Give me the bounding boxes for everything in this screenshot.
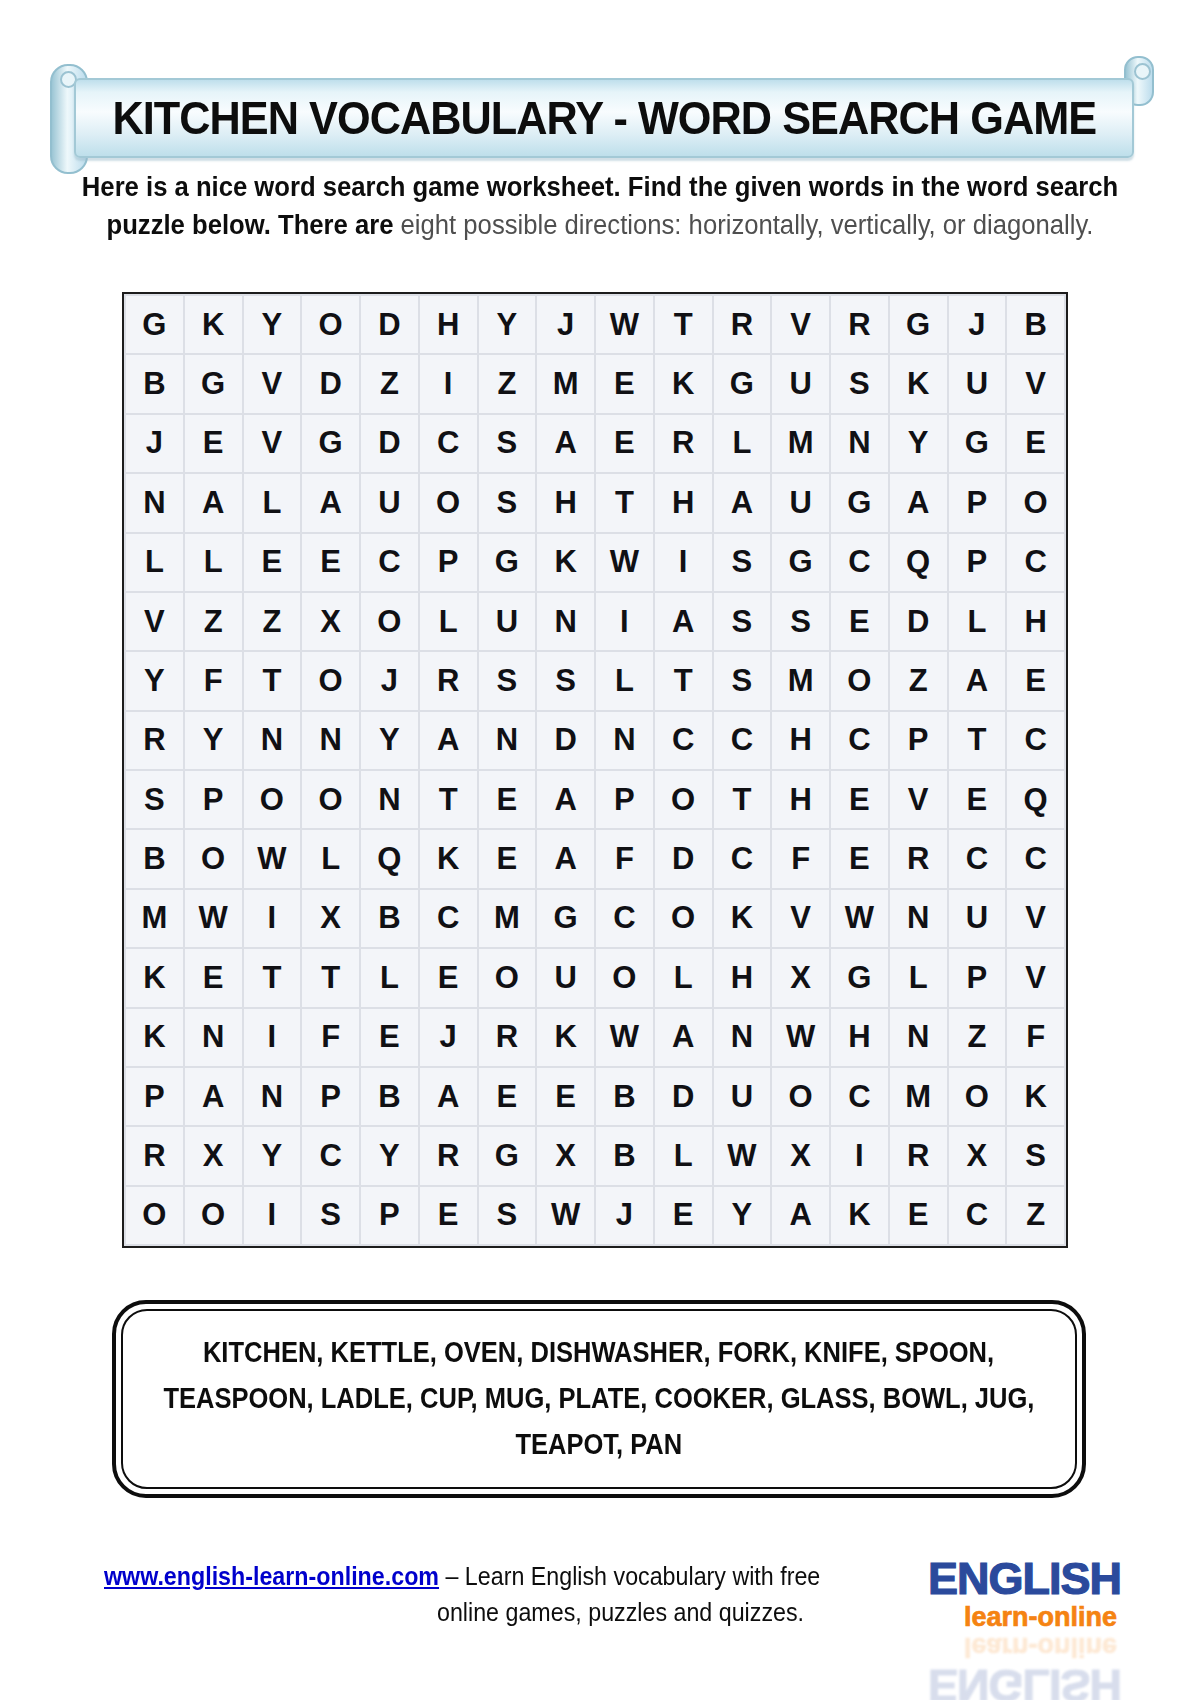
- grid-cell-r16c15: C: [949, 1187, 1006, 1244]
- grid-cell-r7c2: F: [185, 652, 242, 709]
- grid-cell-r13c2: N: [185, 1009, 242, 1066]
- grid-cell-r3c1: J: [126, 415, 183, 472]
- grid-cell-r3c8: A: [537, 415, 594, 472]
- grid-cell-r11c11: K: [714, 890, 771, 947]
- grid-cell-r15c16: S: [1007, 1127, 1064, 1184]
- grid-cell-r9c7: E: [479, 771, 536, 828]
- grid-cell-r1c16: B: [1007, 296, 1064, 353]
- grid-cell-r5c6: P: [420, 534, 477, 591]
- grid-cell-r11c14: N: [890, 890, 947, 947]
- grid-cell-r15c6: R: [420, 1127, 477, 1184]
- grid-cell-r9c9: P: [596, 771, 653, 828]
- grid-cell-r3c13: N: [831, 415, 888, 472]
- grid-cell-r12c12: X: [772, 949, 829, 1006]
- grid-cell-r15c8: X: [537, 1127, 594, 1184]
- grid-cell-r7c15: A: [949, 652, 1006, 709]
- grid-cell-r6c11: S: [714, 593, 771, 650]
- grid-cell-r10c6: K: [420, 830, 477, 887]
- grid-cell-r14c9: B: [596, 1068, 653, 1125]
- grid-cell-r16c13: K: [831, 1187, 888, 1244]
- grid-cell-r5c11: S: [714, 534, 771, 591]
- grid-cell-r3c15: G: [949, 415, 1006, 472]
- worksheet-page: KITCHEN VOCABULARY - WORD SEARCH GAME He…: [0, 0, 1200, 1700]
- grid-cell-r13c11: N: [714, 1009, 771, 1066]
- grid-cell-r8c6: A: [420, 712, 477, 769]
- grid-cell-r6c15: L: [949, 593, 1006, 650]
- grid-cell-r14c7: E: [479, 1068, 536, 1125]
- grid-cell-r15c13: I: [831, 1127, 888, 1184]
- grid-cell-r2c9: E: [596, 355, 653, 412]
- grid-cell-r11c13: W: [831, 890, 888, 947]
- grid-cell-r1c9: W: [596, 296, 653, 353]
- grid-cell-r7c12: M: [772, 652, 829, 709]
- grid-cell-r5c13: C: [831, 534, 888, 591]
- grid-cell-r14c4: P: [302, 1068, 359, 1125]
- grid-cell-r6c4: X: [302, 593, 359, 650]
- grid-cell-r9c15: E: [949, 771, 1006, 828]
- grid-cell-r14c6: A: [420, 1068, 477, 1125]
- grid-cell-r16c11: Y: [714, 1187, 771, 1244]
- grid-cell-r12c9: O: [596, 949, 653, 1006]
- instructions-line2: puzzle below. There are eight possible d…: [30, 206, 1170, 244]
- grid-cell-r4c6: O: [420, 474, 477, 531]
- grid-cell-r12c8: U: [537, 949, 594, 1006]
- grid-cell-r11c16: V: [1007, 890, 1064, 947]
- word-list-line1: KITCHEN, KETTLE, OVEN, DISHWASHER, FORK,…: [203, 1337, 994, 1369]
- grid-cell-r9c16: Q: [1007, 771, 1064, 828]
- grid-cell-r16c12: A: [772, 1187, 829, 1244]
- grid-cell-r1c10: T: [655, 296, 712, 353]
- grid-cell-r10c1: B: [126, 830, 183, 887]
- grid-cell-r7c5: J: [361, 652, 418, 709]
- grid-cell-r1c5: D: [361, 296, 418, 353]
- grid-cell-r11c9: C: [596, 890, 653, 947]
- grid-cell-r6c3: Z: [244, 593, 301, 650]
- grid-cell-r5c2: L: [185, 534, 242, 591]
- grid-cell-r5c9: W: [596, 534, 653, 591]
- grid-cell-r4c8: H: [537, 474, 594, 531]
- grid-cell-r16c10: E: [655, 1187, 712, 1244]
- grid-cell-r11c3: I: [244, 890, 301, 947]
- grid-cell-r11c15: U: [949, 890, 1006, 947]
- grid-cell-r14c13: C: [831, 1068, 888, 1125]
- grid-cell-r14c10: D: [655, 1068, 712, 1125]
- grid-cell-r13c9: W: [596, 1009, 653, 1066]
- grid-cell-r4c9: T: [596, 474, 653, 531]
- grid-cell-r2c15: U: [949, 355, 1006, 412]
- grid-cell-r10c16: C: [1007, 830, 1064, 887]
- grid-cell-r12c15: P: [949, 949, 1006, 1006]
- grid-cell-r15c3: Y: [244, 1127, 301, 1184]
- grid-cell-r2c6: I: [420, 355, 477, 412]
- grid-cell-r10c11: C: [714, 830, 771, 887]
- grid-cell-r16c3: I: [244, 1187, 301, 1244]
- grid-cell-r8c5: Y: [361, 712, 418, 769]
- grid-cell-r13c16: F: [1007, 1009, 1064, 1066]
- grid-cell-r7c4: O: [302, 652, 359, 709]
- grid-cell-r11c12: V: [772, 890, 829, 947]
- grid-cell-r9c13: E: [831, 771, 888, 828]
- grid-cell-r15c10: L: [655, 1127, 712, 1184]
- grid-cell-r11c10: O: [655, 890, 712, 947]
- grid-cell-r2c4: D: [302, 355, 359, 412]
- grid-cell-r13c6: J: [420, 1009, 477, 1066]
- grid-cell-r1c14: G: [890, 296, 947, 353]
- grid-cell-r9c5: N: [361, 771, 418, 828]
- grid-cell-r13c14: N: [890, 1009, 947, 1066]
- grid-cell-r5c12: G: [772, 534, 829, 591]
- grid-cell-r4c16: O: [1007, 474, 1064, 531]
- logo-learn-online-text: learn-online: [925, 1604, 1121, 1631]
- grid-cell-r14c5: B: [361, 1068, 418, 1125]
- footer-line1: www.english-learn-online.com – Learn Eng…: [104, 1562, 820, 1591]
- grid-cell-r4c10: H: [655, 474, 712, 531]
- grid-cell-r14c14: M: [890, 1068, 947, 1125]
- word-list-line3: TEAPOT, PAN: [516, 1429, 683, 1461]
- grid-cell-r6c13: E: [831, 593, 888, 650]
- grid-cell-r10c13: E: [831, 830, 888, 887]
- footer-tagline1: – Learn English vocabulary with free: [439, 1562, 820, 1590]
- grid-cell-r8c14: P: [890, 712, 947, 769]
- grid-cell-r10c14: R: [890, 830, 947, 887]
- grid-cell-r9c6: T: [420, 771, 477, 828]
- grid-cell-r5c8: K: [537, 534, 594, 591]
- grid-cell-r15c9: B: [596, 1127, 653, 1184]
- grid-cell-r6c9: I: [596, 593, 653, 650]
- grid-cell-r12c2: E: [185, 949, 242, 1006]
- grid-cell-r15c11: W: [714, 1127, 771, 1184]
- grid-cell-r9c8: A: [537, 771, 594, 828]
- grid-cell-r4c11: A: [714, 474, 771, 531]
- grid-cell-r4c1: N: [126, 474, 183, 531]
- grid-cell-r15c12: X: [772, 1127, 829, 1184]
- grid-cell-r10c8: A: [537, 830, 594, 887]
- grid-cell-r3c4: G: [302, 415, 359, 472]
- grid-cell-r7c14: Z: [890, 652, 947, 709]
- grid-cell-r1c3: Y: [244, 296, 301, 353]
- grid-cell-r2c11: G: [714, 355, 771, 412]
- title-banner: KITCHEN VOCABULARY - WORD SEARCH GAME: [74, 78, 1134, 158]
- grid-cell-r9c11: T: [714, 771, 771, 828]
- grid-cell-r4c15: P: [949, 474, 1006, 531]
- grid-cell-r8c13: C: [831, 712, 888, 769]
- grid-cell-r5c7: G: [479, 534, 536, 591]
- grid-cell-r11c4: X: [302, 890, 359, 947]
- grid-cell-r4c14: A: [890, 474, 947, 531]
- grid-cell-r11c5: B: [361, 890, 418, 947]
- grid-cell-r10c12: F: [772, 830, 829, 887]
- grid-cell-r6c10: A: [655, 593, 712, 650]
- grid-cell-r1c12: V: [772, 296, 829, 353]
- grid-cell-r7c6: R: [420, 652, 477, 709]
- grid-cell-r15c5: Y: [361, 1127, 418, 1184]
- grid-cell-r2c1: B: [126, 355, 183, 412]
- grid-cell-r14c16: K: [1007, 1068, 1064, 1125]
- grid-cell-r11c7: M: [479, 890, 536, 947]
- grid-cell-r1c4: O: [302, 296, 359, 353]
- website-link[interactable]: www.english-learn-online.com: [104, 1562, 439, 1590]
- grid-cell-r16c4: S: [302, 1187, 359, 1244]
- grid-cell-r7c3: T: [244, 652, 301, 709]
- grid-cell-r3c12: M: [772, 415, 829, 472]
- grid-cell-r13c3: I: [244, 1009, 301, 1066]
- grid-cell-r9c12: H: [772, 771, 829, 828]
- grid-cell-r6c2: Z: [185, 593, 242, 650]
- grid-cell-r8c7: N: [479, 712, 536, 769]
- grid-cell-r8c3: N: [244, 712, 301, 769]
- instructions: Here is a nice word search game workshee…: [0, 168, 1200, 244]
- grid-cell-r4c13: G: [831, 474, 888, 531]
- grid-cell-r6c12: S: [772, 593, 829, 650]
- grid-cell-r3c3: V: [244, 415, 301, 472]
- grid-cell-r6c6: L: [420, 593, 477, 650]
- grid-cell-r10c2: O: [185, 830, 242, 887]
- grid-cell-r1c6: H: [420, 296, 477, 353]
- grid-cell-r16c2: O: [185, 1187, 242, 1244]
- grid-cell-r1c13: R: [831, 296, 888, 353]
- grid-cell-r15c14: R: [890, 1127, 947, 1184]
- grid-cell-r8c16: C: [1007, 712, 1064, 769]
- instructions-line2-gray: eight possible directions: horizontally,…: [393, 210, 1093, 240]
- grid-cell-r5c4: E: [302, 534, 359, 591]
- grid-cell-r4c3: L: [244, 474, 301, 531]
- grid-cell-r7c11: S: [714, 652, 771, 709]
- grid-cell-r2c7: Z: [479, 355, 536, 412]
- grid-cell-r2c2: G: [185, 355, 242, 412]
- grid-cell-r16c7: S: [479, 1187, 536, 1244]
- grid-cell-r11c1: M: [126, 890, 183, 947]
- grid-cell-r10c5: Q: [361, 830, 418, 887]
- grid-cell-r10c15: C: [949, 830, 1006, 887]
- grid-cell-r15c15: X: [949, 1127, 1006, 1184]
- instructions-line1: Here is a nice word search game workshee…: [30, 168, 1170, 206]
- grid-cell-r12c3: T: [244, 949, 301, 1006]
- grid-cell-r10c4: L: [302, 830, 359, 887]
- grid-cell-r5c14: Q: [890, 534, 947, 591]
- grid-cell-r12c10: L: [655, 949, 712, 1006]
- grid-cell-r15c2: X: [185, 1127, 242, 1184]
- word-search-grid: GKYODHYJWTRVRGJBBGVDZIZMEKGUSKUVJEVGDCSA…: [122, 292, 1068, 1248]
- grid-cell-r2c10: K: [655, 355, 712, 412]
- grid-cell-r2c5: Z: [361, 355, 418, 412]
- grid-cell-r7c1: Y: [126, 652, 183, 709]
- grid-cell-r16c5: P: [361, 1187, 418, 1244]
- grid-cell-r7c10: T: [655, 652, 712, 709]
- grid-cell-r8c12: H: [772, 712, 829, 769]
- grid-cell-r11c2: W: [185, 890, 242, 947]
- grid-cell-r14c12: O: [772, 1068, 829, 1125]
- grid-cell-r5c15: P: [949, 534, 1006, 591]
- grid-cell-r8c15: T: [949, 712, 1006, 769]
- grid-cell-r8c2: Y: [185, 712, 242, 769]
- grid-cell-r4c5: U: [361, 474, 418, 531]
- grid-cell-r12c13: G: [831, 949, 888, 1006]
- grid-cell-r15c1: R: [126, 1127, 183, 1184]
- grid-cell-r10c3: W: [244, 830, 301, 887]
- instructions-line2-bold: puzzle below. There are: [107, 210, 394, 240]
- word-list-line2: TEASPOON, LADLE, CUP, MUG, PLATE, COOKER…: [163, 1383, 1034, 1415]
- grid-cell-r15c7: G: [479, 1127, 536, 1184]
- grid-cell-r12c4: T: [302, 949, 359, 1006]
- grid-cell-r13c13: H: [831, 1009, 888, 1066]
- grid-cell-r13c5: E: [361, 1009, 418, 1066]
- footer-tagline2: online games, puzzles and quizzes.: [437, 1598, 804, 1627]
- word-list-box: KITCHEN, KETTLE, OVEN, DISHWASHER, FORK,…: [112, 1300, 1086, 1498]
- logo-reflection: ENGLISH learn-online: [925, 1633, 1121, 1700]
- grid-cell-r13c8: K: [537, 1009, 594, 1066]
- grid-cell-r9c14: V: [890, 771, 947, 828]
- grid-cell-r1c8: J: [537, 296, 594, 353]
- grid-cell-r6c16: H: [1007, 593, 1064, 650]
- grid-cell-r13c10: A: [655, 1009, 712, 1066]
- grid-cell-r2c8: M: [537, 355, 594, 412]
- grid-cell-r1c11: R: [714, 296, 771, 353]
- grid-cell-r1c2: K: [185, 296, 242, 353]
- grid-cell-r12c1: K: [126, 949, 183, 1006]
- grid-cell-r5c5: C: [361, 534, 418, 591]
- grid-cell-r13c12: W: [772, 1009, 829, 1066]
- grid-cell-r11c6: C: [420, 890, 477, 947]
- grid-cell-r14c15: O: [949, 1068, 1006, 1125]
- grid-cell-r6c8: N: [537, 593, 594, 650]
- grid-cell-r10c7: E: [479, 830, 536, 887]
- grid-cell-r10c10: D: [655, 830, 712, 887]
- grid-cell-r1c7: Y: [479, 296, 536, 353]
- grid-cell-r6c1: V: [126, 593, 183, 650]
- grid-cell-r2c13: S: [831, 355, 888, 412]
- grid-cell-r8c8: D: [537, 712, 594, 769]
- logo-reflection-english: ENGLISH: [925, 1663, 1121, 1700]
- grid-cell-r16c14: E: [890, 1187, 947, 1244]
- grid-cell-r4c4: A: [302, 474, 359, 531]
- grid-cell-r16c6: E: [420, 1187, 477, 1244]
- grid-cell-r13c4: F: [302, 1009, 359, 1066]
- grid-cell-r12c5: L: [361, 949, 418, 1006]
- logo-reflection-learn-online: learn-online: [925, 1633, 1121, 1660]
- grid-cell-r8c11: C: [714, 712, 771, 769]
- grid-cell-r2c12: U: [772, 355, 829, 412]
- grid-cell-r12c6: E: [420, 949, 477, 1006]
- grid-cell-r1c1: G: [126, 296, 183, 353]
- grid-cell-r2c3: V: [244, 355, 301, 412]
- grid-cell-r12c16: V: [1007, 949, 1064, 1006]
- grid-cell-r14c2: A: [185, 1068, 242, 1125]
- grid-cell-r16c8: W: [537, 1187, 594, 1244]
- grid-cell-r5c1: L: [126, 534, 183, 591]
- grid-cell-r8c9: N: [596, 712, 653, 769]
- grid-cell-r6c14: D: [890, 593, 947, 650]
- grid-cell-r9c10: O: [655, 771, 712, 828]
- grid-cell-r7c7: S: [479, 652, 536, 709]
- grid-cell-r9c1: S: [126, 771, 183, 828]
- grid-cell-r6c7: U: [479, 593, 536, 650]
- grid-cell-r7c8: S: [537, 652, 594, 709]
- grid-cell-r3c14: Y: [890, 415, 947, 472]
- grid-cell-r1c15: J: [949, 296, 1006, 353]
- grid-cell-r14c3: N: [244, 1068, 301, 1125]
- grid-cell-r7c9: L: [596, 652, 653, 709]
- grid-cell-r15c4: C: [302, 1127, 359, 1184]
- grid-cell-r14c11: U: [714, 1068, 771, 1125]
- grid-cell-r3c5: D: [361, 415, 418, 472]
- grid-cell-r9c3: O: [244, 771, 301, 828]
- grid-cell-r13c15: Z: [949, 1009, 1006, 1066]
- grid-cell-r13c1: K: [126, 1009, 183, 1066]
- grid-cell-r5c16: C: [1007, 534, 1064, 591]
- grid-cell-r3c2: E: [185, 415, 242, 472]
- grid-cell-r12c11: H: [714, 949, 771, 1006]
- grid-cell-r8c10: C: [655, 712, 712, 769]
- page-title: KITCHEN VOCABULARY - WORD SEARCH GAME: [112, 91, 1096, 145]
- grid-cell-r3c7: S: [479, 415, 536, 472]
- grid-cell-r3c10: R: [655, 415, 712, 472]
- grid-cell-r9c4: O: [302, 771, 359, 828]
- logo-english-text: ENGLISH: [925, 1556, 1121, 1601]
- grid-cell-r16c1: O: [126, 1187, 183, 1244]
- grid-cell-r9c2: P: [185, 771, 242, 828]
- grid-cell-r14c1: P: [126, 1068, 183, 1125]
- site-logo: ENGLISH learn-online ENGLISH learn-onlin…: [925, 1556, 1121, 1700]
- grid-cell-r14c8: E: [537, 1068, 594, 1125]
- grid-cell-r4c2: A: [185, 474, 242, 531]
- grid-cell-r2c16: V: [1007, 355, 1064, 412]
- grid-cell-r7c16: E: [1007, 652, 1064, 709]
- grid-cell-r4c12: U: [772, 474, 829, 531]
- grid-cell-r4c7: S: [479, 474, 536, 531]
- grid-cell-r13c7: R: [479, 1009, 536, 1066]
- word-list-box-inner: KITCHEN, KETTLE, OVEN, DISHWASHER, FORK,…: [121, 1309, 1077, 1489]
- grid-cell-r10c9: F: [596, 830, 653, 887]
- grid-cell-r2c14: K: [890, 355, 947, 412]
- grid-cell-r5c10: I: [655, 534, 712, 591]
- grid-cell-r12c7: O: [479, 949, 536, 1006]
- grid-cell-r8c1: R: [126, 712, 183, 769]
- grid-cell-r5c3: E: [244, 534, 301, 591]
- grid-cell-r3c9: E: [596, 415, 653, 472]
- grid-cell-r11c8: G: [537, 890, 594, 947]
- grid-cell-r3c16: E: [1007, 415, 1064, 472]
- grid-cell-r16c16: Z: [1007, 1187, 1064, 1244]
- grid-cell-r3c6: C: [420, 415, 477, 472]
- grid-cell-r16c9: J: [596, 1187, 653, 1244]
- grid-cell-r7c13: O: [831, 652, 888, 709]
- grid-cell-r8c4: N: [302, 712, 359, 769]
- grid-cell-r12c14: L: [890, 949, 947, 1006]
- grid-cell-r3c11: L: [714, 415, 771, 472]
- grid-cell-r6c5: O: [361, 593, 418, 650]
